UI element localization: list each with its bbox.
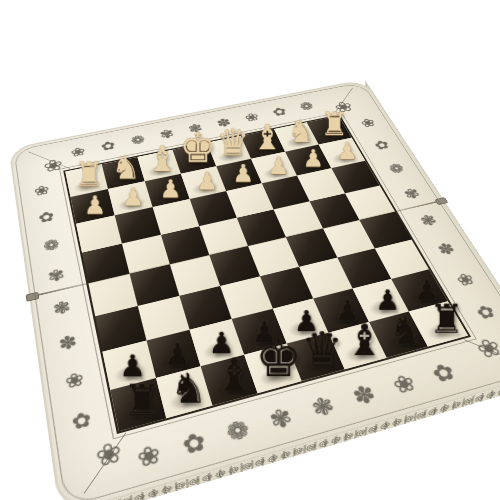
product-photo-background: { "game": "chess", "scene": "Antique eng… bbox=[0, 0, 500, 500]
square-f5[interactable] bbox=[170, 255, 220, 296]
chess-board: ❀ ✿ ❁ ✾ ❃ ✽ ❀ ✿ ❁ ✾ ❃ ✽ ❀ ✿ ❁ ✾ ❃ ✽ ❀ ✿ … bbox=[9, 79, 500, 500]
piece-white-knight[interactable]: ♞ bbox=[111, 152, 140, 183]
piece-white-bishop[interactable]: ♝ bbox=[147, 142, 178, 175]
piece-white-pawn[interactable]: ♟ bbox=[160, 178, 182, 201]
square-c6[interactable] bbox=[299, 258, 353, 299]
flower-icon: ❀ bbox=[42, 155, 65, 176]
piece-white-king[interactable]: ♚ bbox=[180, 129, 217, 168]
piece-black-bishop[interactable]: ♝ bbox=[345, 320, 384, 361]
piece-black-king[interactable]: ♚ bbox=[255, 335, 302, 384]
border-miter-line bbox=[464, 339, 500, 366]
piece-white-pawn[interactable]: ♟ bbox=[196, 170, 218, 193]
board-grid: ♜♞♝♚♛♝♞♜♟♟♟♟♟♟♟♟♟♟♟♟♟♟♟♟♜♞♝♚♛♝♞♜ bbox=[65, 116, 468, 431]
border-miter-line bbox=[28, 152, 70, 170]
flower-icon: ❀ bbox=[471, 332, 500, 364]
piece-white-pawn[interactable]: ♟ bbox=[303, 148, 324, 171]
piece-white-rook[interactable]: ♜ bbox=[74, 159, 104, 191]
square-f3[interactable] bbox=[153, 199, 200, 235]
square-a3[interactable] bbox=[331, 161, 379, 193]
piece-white-pawn[interactable]: ♟ bbox=[84, 194, 107, 218]
piece-white-knight[interactable]: ♞ bbox=[287, 117, 315, 146]
piece-black-queen[interactable]: ♛ bbox=[301, 328, 343, 373]
piece-white-pawn[interactable]: ♟ bbox=[233, 162, 255, 185]
piece-white-pawn[interactable]: ♟ bbox=[268, 155, 289, 178]
flower-icon: ❀ bbox=[93, 435, 125, 475]
piece-white-bishop[interactable]: ♝ bbox=[252, 121, 282, 153]
piece-white-pawn[interactable]: ♟ bbox=[337, 140, 358, 162]
piece-white-pawn[interactable]: ♟ bbox=[122, 186, 144, 210]
photo-scene: ❀ ✿ ❁ ✾ ❃ ✽ ❀ ✿ ❁ ✾ ❃ ✽ ❀ ✿ ❁ ✾ ❃ ✽ ❀ ✿ … bbox=[0, 0, 500, 500]
piece-black-rook[interactable]: ♜ bbox=[123, 380, 162, 421]
piece-black-knight[interactable]: ♞ bbox=[170, 369, 207, 408]
piece-white-rook[interactable]: ♜ bbox=[320, 109, 348, 139]
square-g8[interactable]: ♞ bbox=[156, 366, 212, 418]
square-g5[interactable] bbox=[130, 264, 180, 306]
piece-white-queen[interactable]: ♛ bbox=[216, 126, 249, 161]
border-miter-line bbox=[84, 432, 127, 493]
square-b4[interactable] bbox=[310, 193, 360, 228]
hinge-clasp-right bbox=[434, 197, 448, 205]
piece-black-knight[interactable]: ♞ bbox=[388, 312, 423, 349]
piece-black-rook[interactable]: ♜ bbox=[429, 301, 465, 339]
hinge-clasp-left bbox=[26, 292, 40, 302]
piece-black-bishop[interactable]: ♝ bbox=[214, 354, 254, 396]
